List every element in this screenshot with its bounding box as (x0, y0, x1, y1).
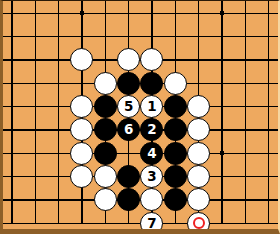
white-stone (117, 48, 140, 71)
white-stone (187, 95, 210, 118)
white-stone-marked (187, 212, 210, 229)
black-stone (164, 142, 187, 165)
black-stone-move-6: 6 (117, 118, 140, 141)
go-diagram-frame: 5162437 (0, 0, 280, 234)
white-stone (70, 48, 93, 71)
black-stone (117, 165, 140, 188)
white-stone-move-5: 5 (117, 95, 140, 118)
white-stone (187, 188, 210, 211)
white-stone (187, 142, 210, 165)
white-stone (187, 118, 210, 141)
white-stone (140, 48, 163, 71)
black-stone (94, 118, 117, 141)
black-stone (94, 142, 117, 165)
black-stone (117, 188, 140, 211)
white-stone (94, 165, 117, 188)
hoshi-star-point (80, 11, 84, 15)
black-stone (164, 118, 187, 141)
grid-line-vertical (268, 1, 270, 224)
white-stone-move-7: 7 (140, 212, 163, 229)
black-stone (164, 165, 187, 188)
black-stone (94, 95, 117, 118)
white-stone (164, 72, 187, 95)
white-stone (70, 95, 93, 118)
grid-line-vertical (11, 1, 13, 224)
black-stone (140, 72, 163, 95)
black-stone (117, 72, 140, 95)
white-stone-move-3: 3 (140, 165, 163, 188)
black-stone-move-4: 4 (140, 142, 163, 165)
white-stone-move-1: 1 (140, 95, 163, 118)
white-stone (70, 165, 93, 188)
grid-line-horizontal (3, 36, 278, 38)
white-stone (94, 72, 117, 95)
grid-line-vertical (35, 1, 37, 224)
grid-line-vertical (221, 1, 223, 224)
white-stone (94, 188, 117, 211)
hoshi-star-point (220, 151, 224, 155)
red-circle-marker (193, 217, 205, 229)
white-stone (70, 118, 93, 141)
white-stone (140, 188, 163, 211)
go-board: 5162437 (3, 1, 278, 229)
black-stone (164, 95, 187, 118)
black-stone (164, 188, 187, 211)
white-stone (187, 165, 210, 188)
grid-line-horizontal (3, 13, 278, 15)
hoshi-star-point (220, 11, 224, 15)
grid-line-vertical (58, 1, 60, 224)
grid-line-vertical (245, 1, 247, 224)
white-stone (70, 142, 93, 165)
black-stone-move-2: 2 (140, 118, 163, 141)
